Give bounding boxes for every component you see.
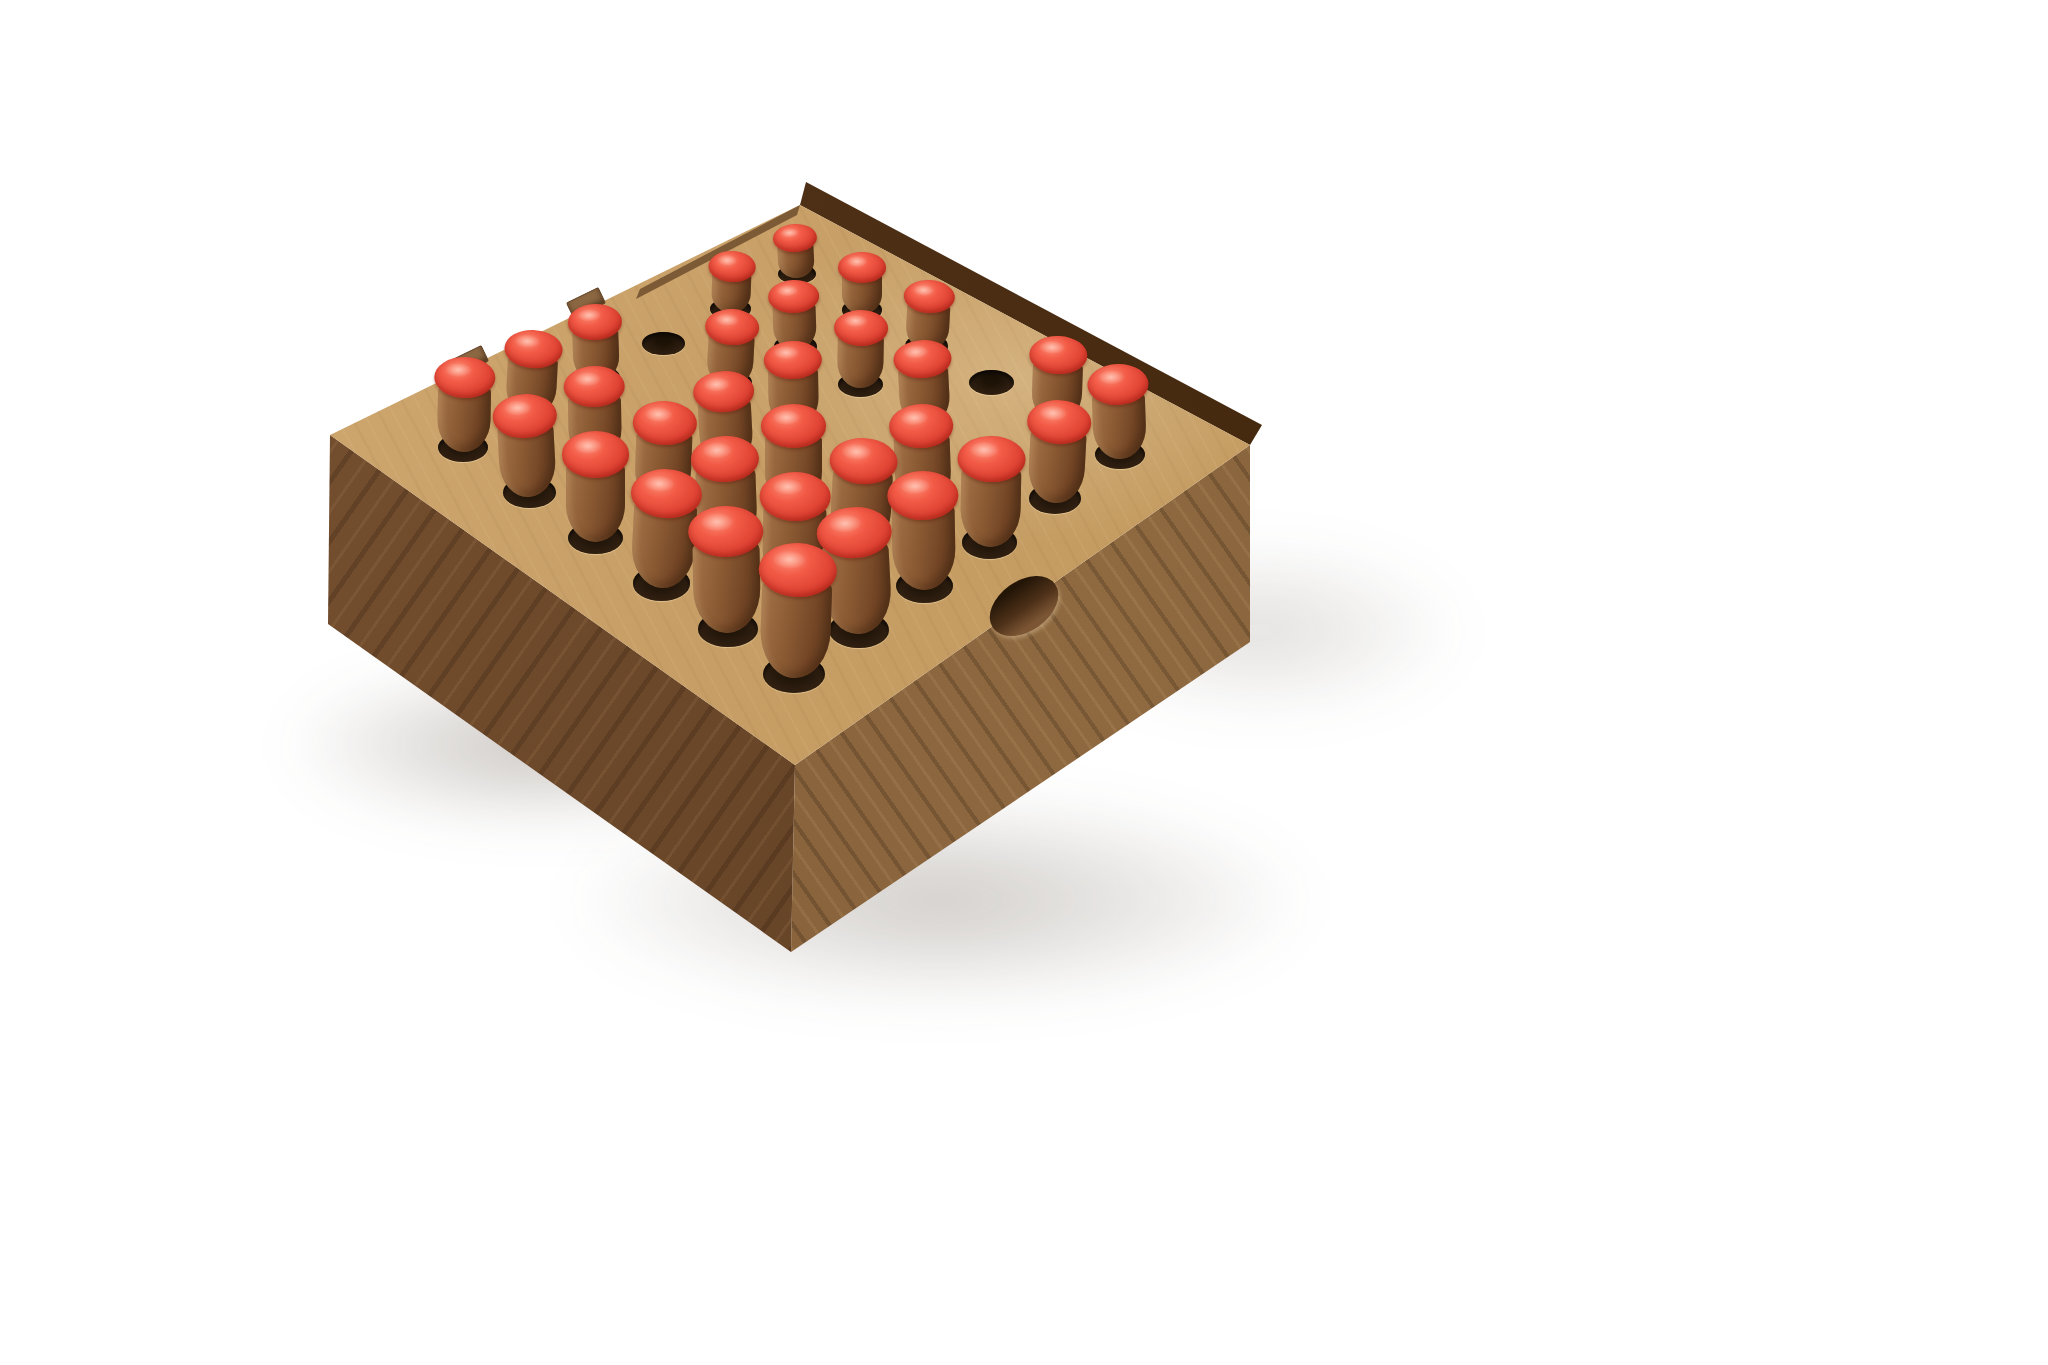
peg-cap-highlight	[504, 400, 532, 416]
peg-cap-highlight	[702, 513, 734, 531]
peg[interactable]	[833, 310, 889, 389]
peg-cap-highlight	[704, 376, 730, 391]
peg-cap-highlight	[773, 410, 800, 425]
peg[interactable]	[492, 393, 562, 499]
peg-cap-highlight	[913, 284, 935, 296]
peg[interactable]	[755, 542, 838, 680]
hole[interactable]	[969, 370, 1014, 395]
peg-cap-highlight	[777, 285, 799, 297]
peg-cap	[761, 404, 825, 448]
peg-cap-highlight	[844, 315, 867, 328]
peg-cap-highlight	[901, 410, 929, 426]
peg[interactable]	[1087, 363, 1151, 460]
peg-cap	[562, 431, 630, 477]
peg-cap-highlight	[575, 371, 601, 385]
peg-cap-highlight	[772, 478, 802, 495]
peg[interactable]	[838, 252, 885, 314]
peg-cap-highlight	[715, 313, 738, 326]
peg[interactable]	[1023, 398, 1093, 504]
peg-cap	[708, 250, 756, 282]
hole[interactable]	[642, 332, 685, 356]
peg-cap-highlight	[717, 254, 737, 265]
peg-cap-highlight	[574, 438, 602, 454]
peg[interactable]	[707, 250, 757, 314]
peg-cap	[957, 435, 1026, 482]
peg-cap	[838, 252, 885, 283]
peg-cap-highlight	[842, 443, 871, 460]
peg[interactable]	[433, 356, 496, 452]
peg-cap-highlight	[970, 442, 999, 458]
peg-cap-highlight	[774, 346, 798, 359]
peg-cap-highlight	[773, 550, 806, 569]
peg-cap-highlight	[781, 228, 800, 238]
peg-cap-highlight	[1098, 370, 1124, 385]
peg-cap-highlight	[847, 256, 867, 266]
peg[interactable]	[956, 435, 1026, 547]
peg-cap-highlight	[644, 407, 672, 423]
peg-cap-highlight	[515, 335, 540, 349]
peg-cap-highlight	[1040, 341, 1065, 355]
peg-cap	[434, 356, 496, 398]
peg[interactable]	[562, 431, 630, 542]
peg-cap-highlight	[829, 514, 861, 533]
photo-stage	[0, 0, 2048, 1365]
peg[interactable]	[887, 471, 960, 591]
peg-cap-highlight	[445, 362, 471, 376]
peg-cap-highlight	[702, 443, 731, 460]
peg[interactable]	[688, 505, 765, 633]
peg-cap-highlight	[644, 474, 675, 492]
peg-cap-highlight	[900, 478, 930, 495]
peg-cap-highlight	[903, 345, 928, 359]
peg-cap-highlight	[577, 309, 600, 322]
peg[interactable]	[773, 223, 820, 279]
board	[0, 0, 2048, 1365]
peg-cap-highlight	[1039, 405, 1067, 421]
